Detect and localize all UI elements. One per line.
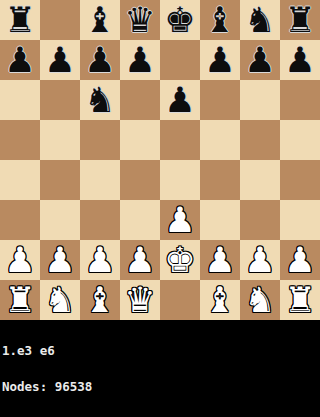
square-e6[interactable]: ♟ [160,80,200,120]
square-b5[interactable] [40,120,80,160]
white-pawn-piece[interactable]: ♟ [44,240,75,280]
black-pawn-piece[interactable]: ♟ [284,40,315,80]
black-pawn-piece[interactable]: ♟ [244,40,275,80]
square-a4[interactable] [0,160,40,200]
square-b2[interactable]: ♟ [40,240,80,280]
square-c2[interactable]: ♟ [80,240,120,280]
square-b6[interactable] [40,80,80,120]
white-pawn-piece[interactable]: ♟ [164,200,195,240]
black-knight-piece[interactable]: ♞ [244,0,275,40]
square-e5[interactable] [160,120,200,160]
engine-output-console: 1.e3 e6 Nodes: 96538 Evaluation: 1 Time … [0,320,320,417]
square-f7[interactable]: ♟ [200,40,240,80]
white-knight-piece[interactable]: ♞ [44,280,75,320]
square-c7[interactable]: ♟ [80,40,120,80]
square-c1[interactable]: ♝ [80,280,120,320]
black-king-piece[interactable]: ♚ [164,0,195,40]
black-pawn-piece[interactable]: ♟ [4,40,35,80]
white-king-piece[interactable]: ♚ [164,240,195,280]
square-b1[interactable]: ♞ [40,280,80,320]
square-h6[interactable] [280,80,320,120]
square-g6[interactable] [240,80,280,120]
square-f5[interactable] [200,120,240,160]
black-rook-piece[interactable]: ♜ [4,0,35,40]
square-f3[interactable] [200,200,240,240]
square-g4[interactable] [240,160,280,200]
square-a6[interactable] [0,80,40,120]
square-e3[interactable]: ♟ [160,200,200,240]
black-pawn-piece[interactable]: ♟ [164,80,195,120]
square-h4[interactable] [280,160,320,200]
white-pawn-piece[interactable]: ♟ [124,240,155,280]
square-a5[interactable] [0,120,40,160]
square-a8[interactable]: ♜ [0,0,40,40]
white-pawn-piece[interactable]: ♟ [204,240,235,280]
square-h1[interactable]: ♜ [280,280,320,320]
square-e4[interactable] [160,160,200,200]
square-g8[interactable]: ♞ [240,0,280,40]
square-d6[interactable] [120,80,160,120]
black-rook-piece[interactable]: ♜ [284,0,315,40]
black-pawn-piece[interactable]: ♟ [84,40,115,80]
chess-board: ♜♝♛♚♝♞♜♟♟♟♟♟♟♟♞♟♟♟♟♟♟♚♟♟♟♜♞♝♛♝♞♜ [0,0,320,320]
black-knight-piece[interactable]: ♞ [84,80,115,120]
square-d8[interactable]: ♛ [120,0,160,40]
white-queen-piece[interactable]: ♛ [124,280,155,320]
square-b8[interactable] [40,0,80,40]
square-c3[interactable] [80,200,120,240]
square-a3[interactable] [0,200,40,240]
square-c6[interactable]: ♞ [80,80,120,120]
square-d4[interactable] [120,160,160,200]
square-f2[interactable]: ♟ [200,240,240,280]
square-e1[interactable] [160,280,200,320]
square-b7[interactable]: ♟ [40,40,80,80]
square-d2[interactable]: ♟ [120,240,160,280]
black-bishop-piece[interactable]: ♝ [84,0,115,40]
square-f4[interactable] [200,160,240,200]
white-bishop-piece[interactable]: ♝ [204,280,235,320]
square-g3[interactable] [240,200,280,240]
square-a2[interactable]: ♟ [0,240,40,280]
square-c8[interactable]: ♝ [80,0,120,40]
square-d3[interactable] [120,200,160,240]
square-a7[interactable]: ♟ [0,40,40,80]
square-a1[interactable]: ♜ [0,280,40,320]
square-h8[interactable]: ♜ [280,0,320,40]
black-pawn-piece[interactable]: ♟ [204,40,235,80]
white-pawn-piece[interactable]: ♟ [84,240,115,280]
square-h2[interactable]: ♟ [280,240,320,280]
chess-app-window: ♜♝♛♚♝♞♜♟♟♟♟♟♟♟♞♟♟♟♟♟♟♚♟♟♟♜♞♝♛♝♞♜ 1.e3 e6… [0,0,320,417]
square-c5[interactable] [80,120,120,160]
square-d1[interactable]: ♛ [120,280,160,320]
black-pawn-piece[interactable]: ♟ [44,40,75,80]
move-line-1: 1.e3 e6 [2,345,320,357]
black-bishop-piece[interactable]: ♝ [204,0,235,40]
square-b4[interactable] [40,160,80,200]
white-pawn-piece[interactable]: ♟ [4,240,35,280]
square-c4[interactable] [80,160,120,200]
square-d7[interactable]: ♟ [120,40,160,80]
square-e2[interactable]: ♚ [160,240,200,280]
white-bishop-piece[interactable]: ♝ [84,280,115,320]
square-e8[interactable]: ♚ [160,0,200,40]
white-pawn-piece[interactable]: ♟ [244,240,275,280]
square-g1[interactable]: ♞ [240,280,280,320]
nodes-line-1: Nodes: 96538 [2,381,320,393]
square-f8[interactable]: ♝ [200,0,240,40]
white-knight-piece[interactable]: ♞ [244,280,275,320]
square-f6[interactable] [200,80,240,120]
square-h3[interactable] [280,200,320,240]
square-h5[interactable] [280,120,320,160]
square-b3[interactable] [40,200,80,240]
square-g7[interactable]: ♟ [240,40,280,80]
square-f1[interactable]: ♝ [200,280,240,320]
square-d5[interactable] [120,120,160,160]
square-e7[interactable] [160,40,200,80]
white-rook-piece[interactable]: ♜ [4,280,35,320]
black-pawn-piece[interactable]: ♟ [124,40,155,80]
white-pawn-piece[interactable]: ♟ [284,240,315,280]
square-g5[interactable] [240,120,280,160]
square-g2[interactable]: ♟ [240,240,280,280]
white-rook-piece[interactable]: ♜ [284,280,315,320]
black-queen-piece[interactable]: ♛ [124,0,155,40]
square-h7[interactable]: ♟ [280,40,320,80]
